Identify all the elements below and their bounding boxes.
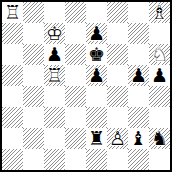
square-b5[interactable]	[23, 65, 44, 86]
square-e7[interactable]: ♟	[86, 23, 107, 44]
square-f8[interactable]	[107, 2, 128, 23]
square-f3[interactable]	[107, 107, 128, 128]
white-rook-icon: ♖	[44, 65, 65, 86]
square-b6[interactable]	[23, 44, 44, 65]
white-pawn-icon: ♙	[107, 128, 128, 149]
square-c3[interactable]	[44, 107, 65, 128]
piece-black-knight[interactable]: ♞	[149, 128, 170, 149]
square-g4[interactable]	[128, 86, 149, 107]
white-rook-icon: ♖	[2, 2, 23, 23]
square-d4[interactable]	[65, 86, 86, 107]
square-f6[interactable]	[107, 44, 128, 65]
square-c1[interactable]	[44, 149, 65, 170]
square-e1[interactable]	[86, 149, 107, 170]
square-e6[interactable]: ♚	[86, 44, 107, 65]
square-c7[interactable]: ♚♔	[44, 23, 65, 44]
square-e2[interactable]: ♜	[86, 128, 107, 149]
square-c6[interactable]: ♟	[44, 44, 65, 65]
square-h2[interactable]: ♞	[149, 128, 170, 149]
square-f7[interactable]	[107, 23, 128, 44]
square-b8[interactable]	[23, 2, 44, 23]
square-d7[interactable]	[65, 23, 86, 44]
black-knight-icon: ♞	[149, 128, 170, 149]
square-d3[interactable]	[65, 107, 86, 128]
square-e3[interactable]	[86, 107, 107, 128]
square-f4[interactable]	[107, 86, 128, 107]
square-g8[interactable]	[128, 2, 149, 23]
black-bishop-icon: ♝	[128, 128, 149, 149]
square-a7[interactable]	[2, 23, 23, 44]
square-e4[interactable]	[86, 86, 107, 107]
square-g5[interactable]: ♟	[128, 65, 149, 86]
black-pawn-icon: ♟	[44, 44, 65, 65]
piece-white-knight[interactable]: ♞♘	[149, 44, 170, 65]
chess-board: ♜♖♝♗♚♔♟♟♚♞♘♜♖♟♟♟♜♟♙♝♞	[0, 0, 172, 172]
black-king-icon: ♚	[86, 44, 107, 65]
square-a1[interactable]	[2, 149, 23, 170]
piece-black-pawn[interactable]: ♟	[149, 65, 170, 86]
piece-black-pawn[interactable]: ♟	[86, 23, 107, 44]
white-bishop-icon: ♗	[149, 2, 170, 23]
piece-black-pawn[interactable]: ♟	[86, 65, 107, 86]
square-a5[interactable]	[2, 65, 23, 86]
square-e5[interactable]: ♟	[86, 65, 107, 86]
square-d1[interactable]	[65, 149, 86, 170]
square-b1[interactable]	[23, 149, 44, 170]
piece-white-king[interactable]: ♚♔	[44, 23, 65, 44]
square-g3[interactable]	[128, 107, 149, 128]
square-f1[interactable]	[107, 149, 128, 170]
black-pawn-icon: ♟	[86, 65, 107, 86]
square-a2[interactable]	[2, 128, 23, 149]
piece-black-pawn[interactable]: ♟	[44, 44, 65, 65]
piece-white-bishop[interactable]: ♝♗	[149, 2, 170, 23]
square-c2[interactable]	[44, 128, 65, 149]
square-e8[interactable]	[86, 2, 107, 23]
square-b7[interactable]	[23, 23, 44, 44]
square-a6[interactable]	[2, 44, 23, 65]
square-d5[interactable]	[65, 65, 86, 86]
square-d8[interactable]	[65, 2, 86, 23]
square-f5[interactable]	[107, 65, 128, 86]
square-b4[interactable]	[23, 86, 44, 107]
square-f2[interactable]: ♟♙	[107, 128, 128, 149]
square-h1[interactable]	[149, 149, 170, 170]
piece-black-bishop[interactable]: ♝	[128, 128, 149, 149]
square-h4[interactable]	[149, 86, 170, 107]
square-g1[interactable]	[128, 149, 149, 170]
square-b3[interactable]	[23, 107, 44, 128]
black-rook-icon: ♜	[86, 128, 107, 149]
piece-white-rook[interactable]: ♜♖	[2, 2, 23, 23]
square-b2[interactable]	[23, 128, 44, 149]
square-h8[interactable]: ♝♗	[149, 2, 170, 23]
square-d6[interactable]	[65, 44, 86, 65]
piece-black-pawn[interactable]: ♟	[128, 65, 149, 86]
white-knight-icon: ♘	[149, 44, 170, 65]
square-a4[interactable]	[2, 86, 23, 107]
square-h5[interactable]: ♟	[149, 65, 170, 86]
square-c4[interactable]	[44, 86, 65, 107]
square-h7[interactable]	[149, 23, 170, 44]
piece-black-king[interactable]: ♚	[86, 44, 107, 65]
square-a3[interactable]	[2, 107, 23, 128]
square-c5[interactable]: ♜♖	[44, 65, 65, 86]
piece-black-rook[interactable]: ♜	[86, 128, 107, 149]
square-d2[interactable]	[65, 128, 86, 149]
black-pawn-icon: ♟	[149, 65, 170, 86]
black-pawn-icon: ♟	[128, 65, 149, 86]
piece-white-pawn[interactable]: ♟♙	[107, 128, 128, 149]
square-g2[interactable]: ♝	[128, 128, 149, 149]
square-a8[interactable]: ♜♖	[2, 2, 23, 23]
square-h6[interactable]: ♞♘	[149, 44, 170, 65]
white-king-icon: ♔	[44, 23, 65, 44]
square-h3[interactable]	[149, 107, 170, 128]
square-g6[interactable]	[128, 44, 149, 65]
black-pawn-icon: ♟	[86, 23, 107, 44]
square-c8[interactable]	[44, 2, 65, 23]
square-g7[interactable]	[128, 23, 149, 44]
piece-white-rook[interactable]: ♜♖	[44, 65, 65, 86]
